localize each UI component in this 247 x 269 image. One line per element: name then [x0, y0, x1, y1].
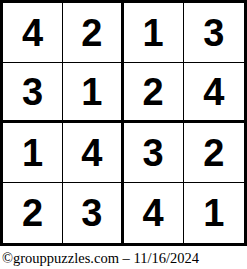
cell-r3c4[interactable]: 2 — [184, 123, 244, 183]
cell-r2c1[interactable]: 3 — [3, 63, 63, 123]
cell-r3c3[interactable]: 3 — [124, 123, 184, 183]
sudoku-board: 4 2 1 3 3 1 2 4 1 4 3 2 2 3 4 1 — [0, 0, 247, 246]
cell-r4c2[interactable]: 3 — [63, 183, 123, 243]
cell-r4c4[interactable]: 1 — [184, 183, 244, 243]
cell-r3c1[interactable]: 1 — [3, 123, 63, 183]
copyright-text: ©grouppuzzles.com – 11/16/2024 — [2, 248, 247, 269]
cell-r3c2[interactable]: 4 — [63, 123, 123, 183]
cell-r2c4[interactable]: 4 — [184, 63, 244, 123]
cell-r4c1[interactable]: 2 — [3, 183, 63, 243]
cell-r1c3[interactable]: 1 — [124, 3, 184, 63]
cell-r1c1[interactable]: 4 — [3, 3, 63, 63]
cell-r1c2[interactable]: 2 — [63, 3, 123, 63]
cell-r4c3[interactable]: 4 — [124, 183, 184, 243]
cell-r1c4[interactable]: 3 — [184, 3, 244, 63]
cell-r2c2[interactable]: 1 — [63, 63, 123, 123]
cell-r2c3[interactable]: 2 — [124, 63, 184, 123]
